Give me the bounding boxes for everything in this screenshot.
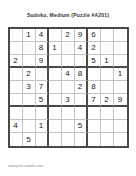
sudoku-cell[interactable] (114, 29, 127, 42)
sudoku-cell[interactable]: 8 (88, 81, 101, 94)
sudoku-cell[interactable] (23, 94, 36, 107)
sudoku-cell[interactable] (10, 81, 23, 94)
sudoku-cell[interactable]: 4 (36, 29, 49, 42)
sudoku-cell[interactable]: 1 (101, 55, 114, 68)
sudoku-cell[interactable] (36, 133, 49, 146)
sudoku-cell[interactable]: 6 (88, 29, 101, 42)
sudoku-cell[interactable]: 2 (10, 55, 23, 68)
sudoku-cell[interactable] (49, 29, 62, 42)
sudoku-cell[interactable]: 1 (23, 29, 36, 42)
sudoku-cell[interactable] (114, 42, 127, 55)
sudoku-cell[interactable]: 1 (49, 42, 62, 55)
sudoku-cell[interactable]: 9 (114, 94, 127, 107)
sudoku-cell[interactable]: 4 (10, 120, 23, 133)
sudoku-cell[interactable]: 1 (114, 68, 127, 81)
sudoku-cell[interactable] (49, 55, 62, 68)
sudoku-cell[interactable]: 8 (36, 42, 49, 55)
sudoku-cell[interactable] (88, 107, 101, 120)
sudoku-cell[interactable]: 9 (36, 55, 49, 68)
sudoku-cell[interactable]: 5 (23, 133, 36, 146)
sudoku-cell[interactable] (114, 133, 127, 146)
sudoku-cell[interactable] (10, 133, 23, 146)
sudoku-cell[interactable] (62, 133, 75, 146)
sudoku-cell[interactable]: 3 (62, 94, 75, 107)
sudoku-cell[interactable] (114, 107, 127, 120)
sudoku-cell[interactable]: 4 (75, 42, 88, 55)
sudoku-cell[interactable] (49, 133, 62, 146)
sudoku-cell[interactable] (49, 81, 62, 94)
sudoku-cell[interactable]: 1 (36, 120, 49, 133)
sudoku-cell[interactable] (36, 107, 49, 120)
sudoku-cell[interactable] (75, 133, 88, 146)
sudoku-cell[interactable] (49, 120, 62, 133)
sudoku-cell[interactable] (101, 120, 114, 133)
sudoku-cell[interactable]: 2 (62, 29, 75, 42)
sudoku-cell[interactable] (10, 68, 23, 81)
sudoku-cell[interactable] (88, 133, 101, 146)
sudoku-cell[interactable] (10, 42, 23, 55)
sudoku-cell[interactable] (49, 107, 62, 120)
sudoku-cell[interactable]: 2 (23, 68, 36, 81)
sudoku-cell[interactable] (101, 68, 114, 81)
sudoku-cell[interactable]: 5 (88, 55, 101, 68)
sudoku-cell[interactable] (23, 42, 36, 55)
sudoku-cell[interactable] (75, 94, 88, 107)
sudoku-cell[interactable]: 5 (75, 120, 88, 133)
sudoku-cell[interactable] (36, 68, 49, 81)
sudoku-cell[interactable] (75, 107, 88, 120)
sudoku-cell[interactable] (88, 120, 101, 133)
sudoku-cell[interactable] (114, 55, 127, 68)
sudoku-cell[interactable] (62, 107, 75, 120)
sudoku-cell[interactable] (101, 29, 114, 42)
sudoku-cell[interactable] (114, 120, 127, 133)
sudoku-cell[interactable]: 3 (23, 81, 36, 94)
sudoku-cell[interactable] (10, 29, 23, 42)
sudoku-cell[interactable]: 2 (88, 42, 101, 55)
puzzle-title: Sudoku, Medium (Puzzle #A201) (0, 0, 136, 18)
sudoku-cell[interactable]: 9 (75, 29, 88, 42)
sudoku-cell[interactable] (10, 94, 23, 107)
sudoku-cell[interactable] (23, 107, 36, 120)
sudoku-cell[interactable] (101, 133, 114, 146)
sudoku-cell[interactable] (23, 120, 36, 133)
sudoku-cell[interactable] (49, 94, 62, 107)
sudoku-cell[interactable]: 2 (75, 81, 88, 94)
sudoku-cell[interactable] (101, 107, 114, 120)
sudoku-cell[interactable]: 7 (88, 94, 101, 107)
sudoku-cell[interactable] (75, 55, 88, 68)
sudoku-cell[interactable] (62, 55, 75, 68)
sudoku-cell[interactable] (23, 55, 36, 68)
sudoku-cell[interactable] (101, 81, 114, 94)
sudoku-cell[interactable] (114, 81, 127, 94)
sudoku-cell[interactable]: 2 (101, 94, 114, 107)
watermark-url: www.print-sudoku.com (8, 164, 43, 168)
sudoku-cell[interactable] (88, 68, 101, 81)
sudoku-cell[interactable] (62, 81, 75, 94)
puzzle-page: Sudoku, Medium (Puzzle #A201) 1429681422… (0, 0, 136, 176)
sudoku-cell[interactable]: 7 (36, 81, 49, 94)
sudoku-cell[interactable]: 8 (75, 68, 88, 81)
sudoku-cell[interactable] (10, 107, 23, 120)
sudoku-cell[interactable] (49, 68, 62, 81)
sudoku-cell[interactable]: 4 (62, 68, 75, 81)
sudoku-cell[interactable] (62, 120, 75, 133)
sudoku-cell[interactable] (62, 42, 75, 55)
sudoku-cell[interactable]: 5 (36, 94, 49, 107)
sudoku-board: 142968142295124813728537294155 (8, 27, 129, 148)
sudoku-cell[interactable] (101, 42, 114, 55)
